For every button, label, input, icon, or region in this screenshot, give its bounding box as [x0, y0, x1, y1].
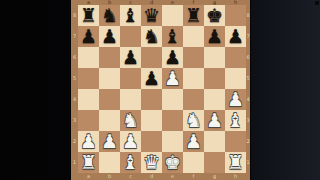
- square-f6[interactable]: [183, 47, 204, 68]
- file-label-h: h: [225, 173, 246, 180]
- rank-label-8: 8: [246, 5, 250, 26]
- square-b8[interactable]: ♞: [99, 5, 120, 26]
- square-c6[interactable]: ♟: [120, 47, 141, 68]
- square-c3[interactable]: ♞: [120, 110, 141, 131]
- square-b4[interactable]: [99, 89, 120, 110]
- white-bishop: ♝: [225, 110, 246, 131]
- square-e6[interactable]: ♟: [162, 47, 183, 68]
- square-h6[interactable]: [225, 47, 246, 68]
- rank-label-5: 5: [246, 68, 250, 89]
- square-f4[interactable]: [183, 89, 204, 110]
- black-queen: ♛: [141, 5, 162, 26]
- black-pawn: ♟: [204, 26, 225, 47]
- black-pawn: ♟: [120, 47, 141, 68]
- black-king: ♚: [204, 5, 225, 26]
- white-queen: ♛: [141, 152, 162, 173]
- file-label-f: f: [183, 173, 204, 180]
- square-g1[interactable]: [204, 152, 225, 173]
- square-a7[interactable]: ♟: [78, 26, 99, 47]
- square-c7[interactable]: [120, 26, 141, 47]
- square-e8[interactable]: [162, 5, 183, 26]
- white-pawn: ♟: [162, 68, 183, 89]
- rank-labels-left: 87654321: [71, 5, 78, 173]
- square-f2[interactable]: ♟: [183, 131, 204, 152]
- square-a2[interactable]: ♟: [78, 131, 99, 152]
- black-bishop: ♝: [162, 26, 183, 47]
- square-g8[interactable]: ♚: [204, 5, 225, 26]
- square-a8[interactable]: ♜: [78, 5, 99, 26]
- rank-label-3: 3: [246, 110, 250, 131]
- square-e4[interactable]: [162, 89, 183, 110]
- black-to-move-indicator: [315, 1, 319, 5]
- white-king: ♚: [162, 152, 183, 173]
- black-pawn: ♟: [78, 26, 99, 47]
- square-e2[interactable]: [162, 131, 183, 152]
- square-d1[interactable]: ♛: [141, 152, 162, 173]
- square-g7[interactable]: ♟: [204, 26, 225, 47]
- white-knight: ♞: [183, 110, 204, 131]
- file-label-g: g: [204, 173, 225, 180]
- square-h5[interactable]: [225, 68, 246, 89]
- square-g5[interactable]: [204, 68, 225, 89]
- rank-label-6: 6: [246, 47, 250, 68]
- rank-label-2: 2: [246, 131, 250, 152]
- white-pawn: ♟: [183, 131, 204, 152]
- square-e7[interactable]: ♝: [162, 26, 183, 47]
- square-b7[interactable]: ♟: [99, 26, 120, 47]
- rank-label-5: 5: [71, 68, 78, 89]
- square-d3[interactable]: [141, 110, 162, 131]
- white-knight: ♞: [120, 110, 141, 131]
- square-a6[interactable]: [78, 47, 99, 68]
- square-b2[interactable]: ♟: [99, 131, 120, 152]
- rank-label-7: 7: [71, 26, 78, 47]
- video-frame: abcdefgh 87654321 87654321 abcdefgh ♜♞♝♛…: [0, 0, 320, 180]
- square-d5[interactable]: ♟: [141, 68, 162, 89]
- black-bishop: ♝: [120, 5, 141, 26]
- black-rook: ♜: [78, 5, 99, 26]
- white-pawn: ♟: [204, 110, 225, 131]
- black-knight: ♞: [99, 5, 120, 26]
- square-c4[interactable]: [120, 89, 141, 110]
- black-pawn: ♟: [225, 26, 246, 47]
- rank-label-7: 7: [246, 26, 250, 47]
- rank-label-1: 1: [71, 152, 78, 173]
- square-a3[interactable]: [78, 110, 99, 131]
- square-d8[interactable]: ♛: [141, 5, 162, 26]
- square-b1[interactable]: [99, 152, 120, 173]
- square-c8[interactable]: ♝: [120, 5, 141, 26]
- square-h7[interactable]: ♟: [225, 26, 246, 47]
- rank-label-8: 8: [71, 5, 78, 26]
- white-rook: ♜: [78, 152, 99, 173]
- square-f7[interactable]: [183, 26, 204, 47]
- square-d2[interactable]: [141, 131, 162, 152]
- black-rook: ♜: [183, 5, 204, 26]
- square-b6[interactable]: [99, 47, 120, 68]
- square-h3[interactable]: ♝: [225, 110, 246, 131]
- file-label-b: b: [99, 173, 120, 180]
- square-h4[interactable]: ♟: [225, 89, 246, 110]
- file-label-d: d: [141, 173, 162, 180]
- square-f3[interactable]: ♞: [183, 110, 204, 131]
- black-pawn: ♟: [141, 68, 162, 89]
- chess-board: ♜♞♝♛♜♚♟♟♞♝♟♟♟♟♟♟♟♞♞♟♝♟♟♟♟♜♝♛♚♜: [78, 5, 246, 173]
- square-a5[interactable]: [78, 68, 99, 89]
- black-knight: ♞: [141, 26, 162, 47]
- rank-label-4: 4: [246, 89, 250, 110]
- square-h8[interactable]: [225, 5, 246, 26]
- black-pawn: ♟: [162, 47, 183, 68]
- square-d7[interactable]: ♞: [141, 26, 162, 47]
- rank-labels-right: 87654321: [246, 5, 250, 173]
- square-h1[interactable]: ♜: [225, 152, 246, 173]
- square-e5[interactable]: ♟: [162, 68, 183, 89]
- rank-label-2: 2: [71, 131, 78, 152]
- white-bishop: ♝: [120, 152, 141, 173]
- file-label-c: c: [120, 173, 141, 180]
- square-b5[interactable]: [99, 68, 120, 89]
- square-g6[interactable]: [204, 47, 225, 68]
- white-pawn: ♟: [99, 131, 120, 152]
- rank-label-3: 3: [71, 110, 78, 131]
- square-g2[interactable]: [204, 131, 225, 152]
- black-pawn: ♟: [99, 26, 120, 47]
- rank-label-4: 4: [71, 89, 78, 110]
- white-pawn: ♟: [120, 131, 141, 152]
- square-c5[interactable]: [120, 68, 141, 89]
- square-g3[interactable]: ♟: [204, 110, 225, 131]
- square-f5[interactable]: [183, 68, 204, 89]
- square-a4[interactable]: [78, 89, 99, 110]
- square-f1[interactable]: [183, 152, 204, 173]
- white-pawn: ♟: [225, 89, 246, 110]
- square-g4[interactable]: [204, 89, 225, 110]
- square-e3[interactable]: [162, 110, 183, 131]
- square-c1[interactable]: ♝: [120, 152, 141, 173]
- square-c2[interactable]: ♟: [120, 131, 141, 152]
- rank-label-1: 1: [246, 152, 250, 173]
- rank-label-6: 6: [71, 47, 78, 68]
- white-rook: ♜: [225, 152, 246, 173]
- file-labels-bottom: abcdefgh: [78, 173, 246, 180]
- square-h2[interactable]: [225, 131, 246, 152]
- square-d6[interactable]: [141, 47, 162, 68]
- square-e1[interactable]: ♚: [162, 152, 183, 173]
- square-a1[interactable]: ♜: [78, 152, 99, 173]
- square-d4[interactable]: [141, 89, 162, 110]
- file-label-e: e: [162, 173, 183, 180]
- square-b3[interactable]: [99, 110, 120, 131]
- file-label-a: a: [78, 173, 99, 180]
- white-pawn: ♟: [78, 131, 99, 152]
- square-f8[interactable]: ♜: [183, 5, 204, 26]
